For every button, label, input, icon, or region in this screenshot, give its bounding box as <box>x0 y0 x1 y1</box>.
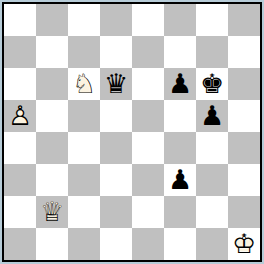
piece-black-pawn[interactable]: ♟ <box>196 100 228 132</box>
square-g8[interactable] <box>196 4 228 36</box>
square-g2[interactable] <box>196 196 228 228</box>
square-e2[interactable] <box>132 196 164 228</box>
square-h6[interactable] <box>228 68 260 100</box>
black-pawn-icon: ♟ <box>164 68 196 100</box>
square-c3[interactable] <box>68 164 100 196</box>
square-d2[interactable] <box>100 196 132 228</box>
square-h5[interactable] <box>228 100 260 132</box>
square-c7[interactable] <box>68 36 100 68</box>
piece-black-king[interactable]: ♚ <box>196 68 228 100</box>
square-e4[interactable] <box>132 132 164 164</box>
square-g5[interactable]: ♟ <box>196 100 228 132</box>
square-b5[interactable] <box>36 100 68 132</box>
square-g1[interactable] <box>196 228 228 260</box>
square-e1[interactable] <box>132 228 164 260</box>
board-frame: ♞♘♛♟♚♟♙♟♟♛♕♚♔ <box>2 2 262 262</box>
square-f3[interactable]: ♟ <box>164 164 196 196</box>
piece-white-knight[interactable]: ♞♘ <box>68 68 100 100</box>
square-b2[interactable]: ♛♕ <box>36 196 68 228</box>
white-knight-icon: ♘ <box>68 68 100 100</box>
square-c8[interactable] <box>68 4 100 36</box>
square-f1[interactable] <box>164 228 196 260</box>
square-c1[interactable] <box>68 228 100 260</box>
square-e3[interactable] <box>132 164 164 196</box>
square-a5[interactable]: ♟♙ <box>4 100 36 132</box>
square-a1[interactable] <box>4 228 36 260</box>
diagram-outer-edge: ♞♘♛♟♚♟♙♟♟♛♕♚♔ <box>0 0 264 264</box>
square-d1[interactable] <box>100 228 132 260</box>
white-queen-icon: ♕ <box>36 196 68 228</box>
square-g6[interactable]: ♚ <box>196 68 228 100</box>
square-h7[interactable] <box>228 36 260 68</box>
square-b3[interactable] <box>36 164 68 196</box>
square-d6[interactable]: ♛ <box>100 68 132 100</box>
square-c6[interactable]: ♞♘ <box>68 68 100 100</box>
square-f4[interactable] <box>164 132 196 164</box>
square-b1[interactable] <box>36 228 68 260</box>
square-e5[interactable] <box>132 100 164 132</box>
square-g3[interactable] <box>196 164 228 196</box>
square-f5[interactable] <box>164 100 196 132</box>
square-a6[interactable] <box>4 68 36 100</box>
square-c2[interactable] <box>68 196 100 228</box>
square-h3[interactable] <box>228 164 260 196</box>
square-a7[interactable] <box>4 36 36 68</box>
square-e7[interactable] <box>132 36 164 68</box>
square-c4[interactable] <box>68 132 100 164</box>
black-king-icon: ♚ <box>196 68 228 100</box>
square-d7[interactable] <box>100 36 132 68</box>
square-b6[interactable] <box>36 68 68 100</box>
square-b7[interactable] <box>36 36 68 68</box>
square-c5[interactable] <box>68 100 100 132</box>
square-a4[interactable] <box>4 132 36 164</box>
black-queen-icon: ♛ <box>100 68 132 100</box>
square-h8[interactable] <box>228 4 260 36</box>
square-e8[interactable] <box>132 4 164 36</box>
piece-white-queen[interactable]: ♛♕ <box>36 196 68 228</box>
square-f6[interactable]: ♟ <box>164 68 196 100</box>
piece-black-pawn[interactable]: ♟ <box>164 68 196 100</box>
square-d3[interactable] <box>100 164 132 196</box>
white-king-icon: ♔ <box>228 228 260 260</box>
square-d4[interactable] <box>100 132 132 164</box>
square-g4[interactable] <box>196 132 228 164</box>
square-d5[interactable] <box>100 100 132 132</box>
square-b8[interactable] <box>36 4 68 36</box>
square-h2[interactable] <box>228 196 260 228</box>
square-d8[interactable] <box>100 4 132 36</box>
square-g7[interactable] <box>196 36 228 68</box>
square-a2[interactable] <box>4 196 36 228</box>
chess-board: ♞♘♛♟♚♟♙♟♟♛♕♚♔ <box>4 4 260 260</box>
piece-black-queen[interactable]: ♛ <box>100 68 132 100</box>
square-h4[interactable] <box>228 132 260 164</box>
square-f8[interactable] <box>164 4 196 36</box>
piece-white-king[interactable]: ♚♔ <box>228 228 260 260</box>
square-f2[interactable] <box>164 196 196 228</box>
piece-white-pawn[interactable]: ♟♙ <box>4 100 36 132</box>
piece-black-pawn[interactable]: ♟ <box>164 164 196 196</box>
white-pawn-icon: ♙ <box>4 100 36 132</box>
black-pawn-icon: ♟ <box>196 100 228 132</box>
square-a8[interactable] <box>4 4 36 36</box>
square-a3[interactable] <box>4 164 36 196</box>
black-pawn-icon: ♟ <box>164 164 196 196</box>
square-h1[interactable]: ♚♔ <box>228 228 260 260</box>
square-e6[interactable] <box>132 68 164 100</box>
square-f7[interactable] <box>164 36 196 68</box>
square-b4[interactable] <box>36 132 68 164</box>
